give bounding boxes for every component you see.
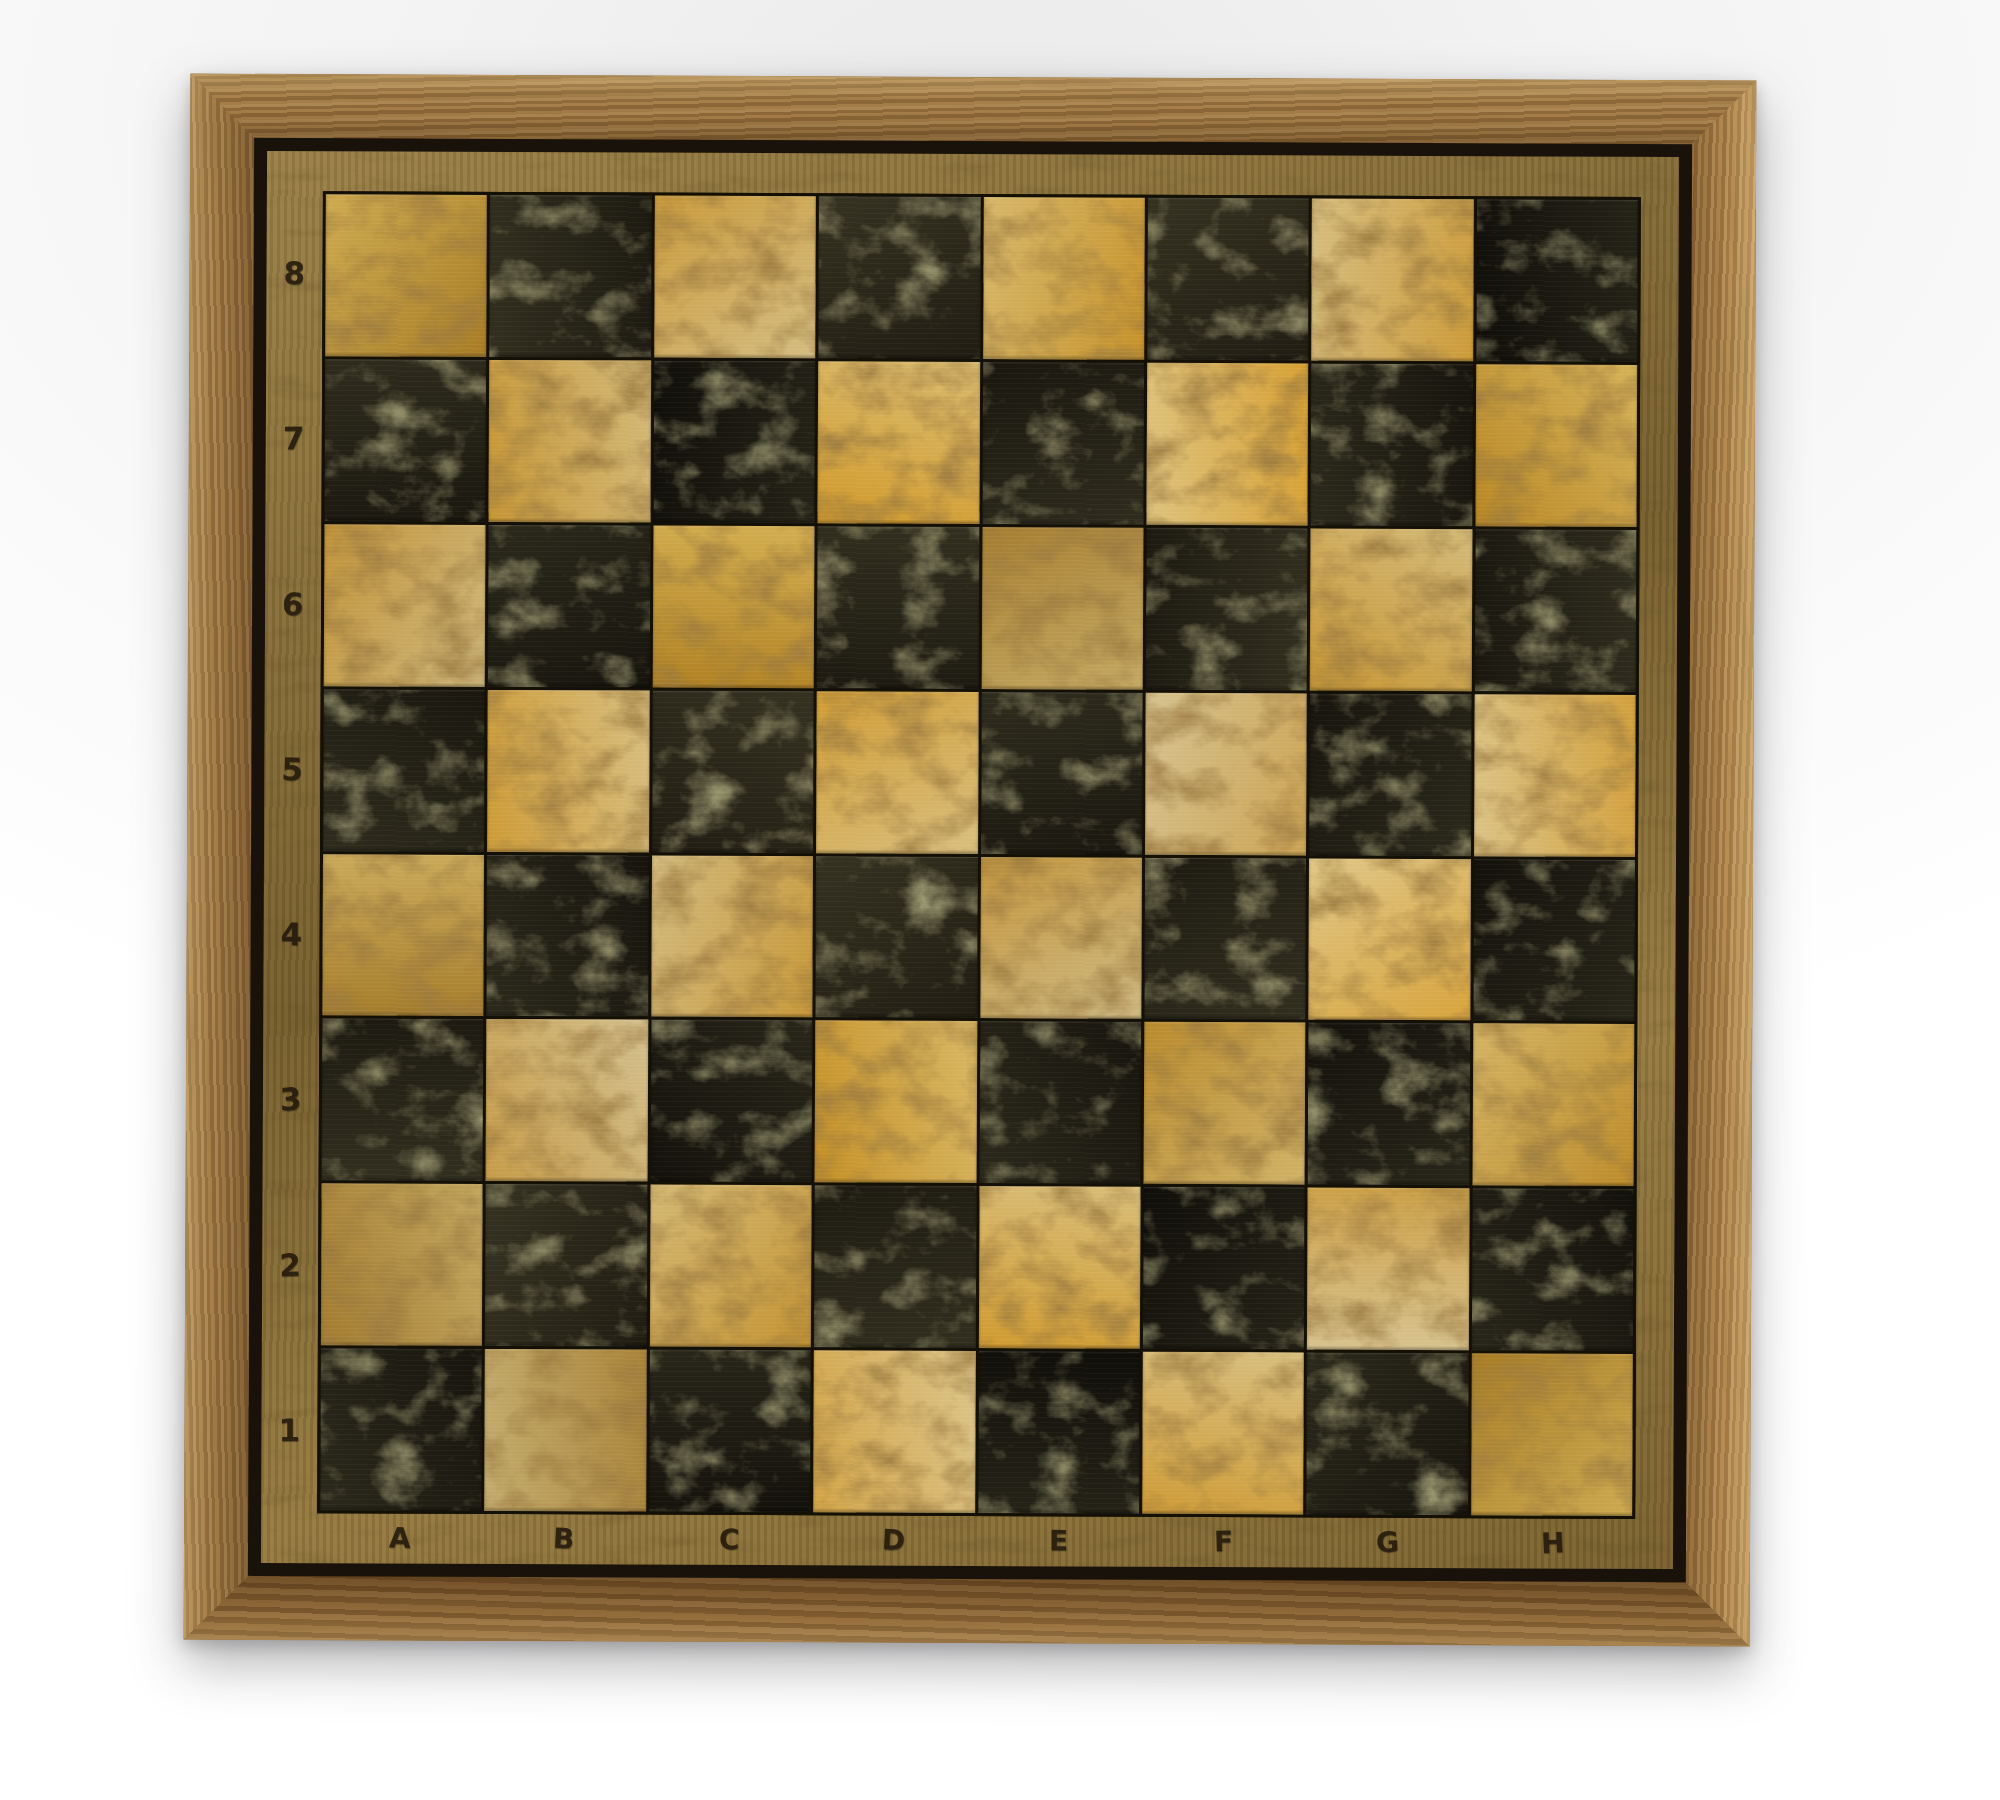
marbling-texture xyxy=(1147,198,1309,361)
marbling-texture xyxy=(651,855,813,1018)
marbling-texture xyxy=(324,524,486,687)
square-e3[interactable] xyxy=(979,1021,1141,1184)
square-e6[interactable] xyxy=(981,527,1143,690)
file-label-d: D xyxy=(881,1526,906,1555)
square-f6[interactable] xyxy=(1146,528,1308,691)
marbling-texture xyxy=(1308,1023,1470,1186)
marbling-texture xyxy=(1144,857,1306,1020)
marbling-texture xyxy=(485,1184,647,1347)
square-b1[interactable] xyxy=(485,1349,647,1512)
file-label-g: G xyxy=(1376,1528,1400,1557)
marbling-texture xyxy=(322,1019,484,1182)
marbling-texture xyxy=(813,1350,975,1513)
marbling-texture xyxy=(1146,363,1308,526)
marbling-texture xyxy=(486,1019,648,1182)
rank-label-1: 1 xyxy=(279,1415,301,1446)
square-h4[interactable] xyxy=(1473,859,1635,1022)
rank-label-4: 4 xyxy=(281,919,303,950)
square-h2[interactable] xyxy=(1471,1188,1633,1351)
square-f1[interactable] xyxy=(1142,1352,1304,1515)
page-background: 87654321 ABCDEFGH xyxy=(0,0,2000,1800)
file-label-c: C xyxy=(718,1526,739,1555)
marbling-texture xyxy=(1143,1022,1305,1185)
marbling-texture xyxy=(982,362,1144,525)
square-a3[interactable] xyxy=(322,1019,484,1182)
marbling-texture xyxy=(981,692,1143,855)
rank-label-3: 3 xyxy=(280,1084,303,1116)
marbling-texture xyxy=(650,1185,812,1348)
rank-label-7: 7 xyxy=(283,423,305,454)
square-c5[interactable] xyxy=(652,690,814,853)
square-a6[interactable] xyxy=(324,524,486,687)
square-e7[interactable] xyxy=(982,362,1144,525)
marbling-texture xyxy=(980,857,1142,1020)
marbling-texture xyxy=(817,526,979,689)
marbling-texture xyxy=(1472,1024,1634,1187)
square-d6[interactable] xyxy=(817,526,979,689)
square-a7[interactable] xyxy=(324,359,486,522)
square-h8[interactable] xyxy=(1476,199,1638,362)
marbling-texture xyxy=(978,1351,1140,1514)
square-d1[interactable] xyxy=(813,1350,975,1513)
file-label-h: H xyxy=(1540,1529,1565,1558)
marbling-texture xyxy=(1475,364,1637,527)
file-labels: ABCDEFGH xyxy=(317,1513,1635,1569)
marbling-texture xyxy=(1143,1187,1305,1350)
chess-board: 87654321 ABCDEFGH xyxy=(184,74,1757,1647)
square-f7[interactable] xyxy=(1146,363,1308,526)
square-e4[interactable] xyxy=(980,857,1142,1020)
square-e8[interactable] xyxy=(983,197,1145,360)
file-label-f: F xyxy=(1213,1528,1233,1556)
marbling-texture xyxy=(1474,529,1636,692)
board-face: 87654321 ABCDEFGH xyxy=(261,151,1679,1569)
square-g8[interactable] xyxy=(1311,198,1473,361)
square-a5[interactable] xyxy=(323,689,485,852)
square-d3[interactable] xyxy=(815,1021,977,1184)
square-f2[interactable] xyxy=(1143,1187,1305,1350)
marbling-texture xyxy=(1146,528,1308,691)
marbling-texture xyxy=(320,1348,482,1511)
marbling-texture xyxy=(487,854,649,1017)
marbling-texture xyxy=(1145,692,1307,855)
square-b2[interactable] xyxy=(485,1184,647,1347)
square-f8[interactable] xyxy=(1147,198,1309,361)
square-f3[interactable] xyxy=(1143,1022,1305,1185)
square-a4[interactable] xyxy=(322,854,484,1017)
square-b5[interactable] xyxy=(487,690,649,853)
marbling-texture xyxy=(649,1350,811,1513)
marbling-texture xyxy=(1471,1353,1633,1516)
square-e1[interactable] xyxy=(978,1351,1140,1514)
marbling-texture xyxy=(488,525,650,688)
square-h6[interactable] xyxy=(1474,529,1636,692)
square-b4[interactable] xyxy=(487,854,649,1017)
square-g3[interactable] xyxy=(1308,1023,1470,1186)
marbling-texture xyxy=(489,360,651,523)
marbling-texture xyxy=(1310,528,1472,691)
square-c3[interactable] xyxy=(650,1020,812,1183)
square-h3[interactable] xyxy=(1472,1024,1634,1187)
file-label-e: E xyxy=(1049,1527,1068,1555)
square-g7[interactable] xyxy=(1311,363,1473,526)
square-h5[interactable] xyxy=(1474,694,1636,857)
marbling-texture xyxy=(1142,1352,1304,1515)
marbling-texture xyxy=(322,854,484,1017)
marbling-texture xyxy=(1473,859,1635,1022)
square-h7[interactable] xyxy=(1475,364,1637,527)
square-g6[interactable] xyxy=(1310,528,1472,691)
marbling-texture xyxy=(321,1183,483,1346)
marbling-texture xyxy=(978,1186,1140,1349)
marbling-texture xyxy=(1306,1353,1468,1516)
square-d8[interactable] xyxy=(818,196,980,359)
board-grid xyxy=(317,191,1641,1519)
marbling-texture xyxy=(816,691,978,854)
square-g4[interactable] xyxy=(1309,858,1471,1021)
square-b6[interactable] xyxy=(488,525,650,688)
marbling-texture xyxy=(814,1186,976,1349)
marbling-texture xyxy=(979,1021,1141,1184)
square-g1[interactable] xyxy=(1306,1353,1468,1516)
marbling-texture xyxy=(653,525,815,688)
rank-label-8: 8 xyxy=(283,258,305,289)
marbling-texture xyxy=(1309,858,1471,1021)
marbling-texture xyxy=(652,690,814,853)
marbling-texture xyxy=(325,194,487,357)
square-d7[interactable] xyxy=(818,361,980,524)
square-a1[interactable] xyxy=(320,1348,482,1511)
marbling-texture xyxy=(1307,1188,1469,1351)
marbling-texture xyxy=(324,359,486,522)
marbling-texture xyxy=(485,1349,647,1512)
marbling-texture xyxy=(1476,199,1638,362)
square-e2[interactable] xyxy=(978,1186,1140,1349)
marbling-texture xyxy=(1311,363,1473,526)
marbling-texture xyxy=(654,196,816,359)
marbling-texture xyxy=(490,195,652,358)
rank-label-6: 6 xyxy=(282,588,305,620)
square-b3[interactable] xyxy=(486,1019,648,1182)
marbling-texture xyxy=(323,689,485,852)
marbling-texture xyxy=(815,1021,977,1184)
square-g2[interactable] xyxy=(1307,1188,1469,1351)
square-a8[interactable] xyxy=(325,194,487,357)
rank-labels: 87654321 xyxy=(261,191,323,1513)
marbling-texture xyxy=(818,361,980,524)
square-a2[interactable] xyxy=(321,1183,483,1346)
file-label-a: A xyxy=(388,1524,411,1553)
square-d5[interactable] xyxy=(816,691,978,854)
square-c6[interactable] xyxy=(653,525,815,688)
square-c8[interactable] xyxy=(654,196,816,359)
marbling-texture xyxy=(650,1020,812,1183)
square-b8[interactable] xyxy=(490,195,652,358)
square-c4[interactable] xyxy=(651,855,813,1018)
rank-label-5: 5 xyxy=(281,754,304,786)
marbling-texture xyxy=(981,527,1143,690)
file-label-b: B xyxy=(553,1525,576,1554)
marbling-texture xyxy=(653,360,815,523)
square-e5[interactable] xyxy=(981,692,1143,855)
marbling-texture xyxy=(1471,1188,1633,1351)
square-f5[interactable] xyxy=(1145,692,1307,855)
marbling-texture xyxy=(818,196,980,359)
rank-label-2: 2 xyxy=(279,1249,301,1280)
square-c1[interactable] xyxy=(649,1350,811,1513)
marbling-texture xyxy=(815,856,977,1019)
square-f4[interactable] xyxy=(1144,857,1306,1020)
square-g5[interactable] xyxy=(1309,693,1471,856)
square-c2[interactable] xyxy=(650,1185,812,1348)
marbling-texture xyxy=(1474,694,1636,857)
marbling-texture xyxy=(1309,693,1471,856)
square-h1[interactable] xyxy=(1471,1353,1633,1516)
marbling-texture xyxy=(983,197,1145,360)
square-d4[interactable] xyxy=(815,856,977,1019)
marbling-texture xyxy=(487,690,649,853)
square-c7[interactable] xyxy=(653,360,815,523)
marbling-texture xyxy=(1311,198,1473,361)
square-d2[interactable] xyxy=(814,1186,976,1349)
square-b7[interactable] xyxy=(489,360,651,523)
